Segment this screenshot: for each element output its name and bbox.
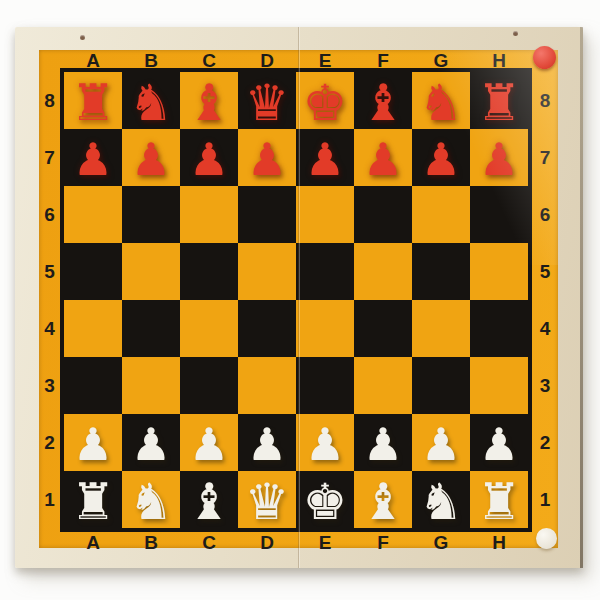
square-g1[interactable]: ♞ bbox=[412, 471, 470, 528]
red-queen-d8[interactable]: ♛ bbox=[245, 77, 290, 127]
file-label-bottom-f: F bbox=[354, 532, 412, 554]
rank-label-left-3: 3 bbox=[39, 357, 60, 414]
white-pawn-d2[interactable]: ♟ bbox=[247, 421, 287, 466]
white-pawn-f2[interactable]: ♟ bbox=[363, 421, 403, 466]
rank-label-left-4: 4 bbox=[39, 300, 60, 357]
red-king-e8[interactable]: ♚ bbox=[303, 77, 348, 127]
red-rook-a8[interactable]: ♜ bbox=[71, 77, 116, 127]
square-g5[interactable] bbox=[412, 243, 470, 300]
square-f1[interactable]: ♝ bbox=[354, 471, 412, 528]
square-g7[interactable]: ♟ bbox=[412, 129, 470, 186]
square-g4[interactable] bbox=[412, 300, 470, 357]
white-pawn-b2[interactable]: ♟ bbox=[131, 421, 171, 466]
square-f4[interactable] bbox=[354, 300, 412, 357]
square-b2[interactable]: ♟ bbox=[122, 414, 180, 471]
square-h2[interactable]: ♟ bbox=[470, 414, 528, 471]
ranks-right: 87654321 bbox=[532, 72, 558, 528]
files-top: ABCDEFGH bbox=[64, 50, 528, 68]
square-f6[interactable] bbox=[354, 186, 412, 243]
demonstration-chessboard-photo: ABCDEFGH ABCDEFGH 87654321 87654321 ♜♞♝♛… bbox=[0, 0, 600, 600]
red-rook-h8[interactable]: ♜ bbox=[477, 77, 522, 127]
white-bishop-c1[interactable]: ♝ bbox=[187, 476, 232, 526]
square-d3[interactable] bbox=[238, 357, 296, 414]
file-label-bottom-b: B bbox=[122, 532, 180, 554]
square-f7[interactable]: ♟ bbox=[354, 129, 412, 186]
rank-label-right-1: 1 bbox=[532, 471, 558, 528]
square-c3[interactable] bbox=[180, 357, 238, 414]
square-b8[interactable]: ♞ bbox=[122, 72, 180, 129]
square-b4[interactable] bbox=[122, 300, 180, 357]
square-c2[interactable]: ♟ bbox=[180, 414, 238, 471]
square-c6[interactable] bbox=[180, 186, 238, 243]
frame-screw-left bbox=[80, 35, 85, 40]
red-pawn-b7[interactable]: ♟ bbox=[131, 136, 171, 181]
square-a8[interactable]: ♜ bbox=[64, 72, 122, 129]
square-b1[interactable]: ♞ bbox=[122, 471, 180, 528]
square-c4[interactable] bbox=[180, 300, 238, 357]
square-b3[interactable] bbox=[122, 357, 180, 414]
file-label-bottom-d: D bbox=[238, 532, 296, 554]
red-pawn-c7[interactable]: ♟ bbox=[189, 136, 229, 181]
square-d1[interactable]: ♛ bbox=[238, 471, 296, 528]
red-pawn-e7[interactable]: ♟ bbox=[305, 136, 345, 181]
red-pawn-h7[interactable]: ♟ bbox=[479, 136, 519, 181]
square-h5[interactable] bbox=[470, 243, 528, 300]
frame-right-edge-shadow bbox=[580, 27, 583, 568]
rank-label-left-5: 5 bbox=[39, 243, 60, 300]
red-knight-b8[interactable]: ♞ bbox=[129, 77, 174, 127]
file-label-bottom-e: E bbox=[296, 532, 354, 554]
white-pawn-c2[interactable]: ♟ bbox=[189, 421, 229, 466]
square-g8[interactable]: ♞ bbox=[412, 72, 470, 129]
white-knight-g1[interactable]: ♞ bbox=[419, 476, 464, 526]
chess-board: ♜♞♝♛♚♝♞♜♟♟♟♟♟♟♟♟♟♟♟♟♟♟♟♟♜♞♝♛♚♝♞♜ bbox=[60, 68, 532, 532]
red-bishop-f8[interactable]: ♝ bbox=[361, 77, 406, 127]
square-d2[interactable]: ♟ bbox=[238, 414, 296, 471]
rank-label-left-6: 6 bbox=[39, 186, 60, 243]
square-d8[interactable]: ♛ bbox=[238, 72, 296, 129]
file-label-bottom-h: H bbox=[470, 532, 528, 554]
white-rook-h1[interactable]: ♜ bbox=[477, 476, 522, 526]
square-c7[interactable]: ♟ bbox=[180, 129, 238, 186]
square-d6[interactable] bbox=[238, 186, 296, 243]
square-d4[interactable] bbox=[238, 300, 296, 357]
square-c5[interactable] bbox=[180, 243, 238, 300]
square-h1[interactable]: ♜ bbox=[470, 471, 528, 528]
square-a2[interactable]: ♟ bbox=[64, 414, 122, 471]
square-d7[interactable]: ♟ bbox=[238, 129, 296, 186]
rank-label-left-7: 7 bbox=[39, 129, 60, 186]
square-e4[interactable] bbox=[296, 300, 354, 357]
square-g3[interactable] bbox=[412, 357, 470, 414]
red-knight-g8[interactable]: ♞ bbox=[419, 77, 464, 127]
frame-screw-right bbox=[513, 31, 518, 36]
rank-label-right-3: 3 bbox=[532, 357, 558, 414]
square-f5[interactable] bbox=[354, 243, 412, 300]
rank-label-left-2: 2 bbox=[39, 414, 60, 471]
ranks-left: 87654321 bbox=[39, 72, 60, 528]
square-b5[interactable] bbox=[122, 243, 180, 300]
rank-label-right-8: 8 bbox=[532, 72, 558, 129]
square-h3[interactable] bbox=[470, 357, 528, 414]
square-h8[interactable]: ♜ bbox=[470, 72, 528, 129]
square-e3[interactable] bbox=[296, 357, 354, 414]
rank-label-right-2: 2 bbox=[532, 414, 558, 471]
red-pawn-a7[interactable]: ♟ bbox=[73, 136, 113, 181]
square-a7[interactable]: ♟ bbox=[64, 129, 122, 186]
white-pawn-g2[interactable]: ♟ bbox=[421, 421, 461, 466]
square-e6[interactable] bbox=[296, 186, 354, 243]
white-pawn-a2[interactable]: ♟ bbox=[73, 421, 113, 466]
rank-label-right-5: 5 bbox=[532, 243, 558, 300]
square-d5[interactable] bbox=[238, 243, 296, 300]
square-f8[interactable]: ♝ bbox=[354, 72, 412, 129]
red-pawn-f7[interactable]: ♟ bbox=[363, 136, 403, 181]
square-a6[interactable] bbox=[64, 186, 122, 243]
chess-board-grid: ♜♞♝♛♚♝♞♜♟♟♟♟♟♟♟♟♟♟♟♟♟♟♟♟♜♞♝♛♚♝♞♜ bbox=[64, 72, 528, 528]
square-h7[interactable]: ♟ bbox=[470, 129, 528, 186]
red-pawn-g7[interactable]: ♟ bbox=[421, 136, 461, 181]
square-f2[interactable]: ♟ bbox=[354, 414, 412, 471]
rank-label-right-7: 7 bbox=[532, 129, 558, 186]
square-f3[interactable] bbox=[354, 357, 412, 414]
white-magnet-disc[interactable] bbox=[536, 528, 557, 549]
square-h4[interactable] bbox=[470, 300, 528, 357]
white-pawn-e2[interactable]: ♟ bbox=[305, 421, 345, 466]
square-b7[interactable]: ♟ bbox=[122, 129, 180, 186]
square-e8[interactable]: ♚ bbox=[296, 72, 354, 129]
white-rook-a1[interactable]: ♜ bbox=[71, 476, 116, 526]
files-bottom: ABCDEFGH bbox=[64, 532, 528, 548]
white-queen-d1[interactable]: ♛ bbox=[245, 476, 290, 526]
square-e2[interactable]: ♟ bbox=[296, 414, 354, 471]
square-b6[interactable] bbox=[122, 186, 180, 243]
rank-label-left-8: 8 bbox=[39, 72, 60, 129]
square-e5[interactable] bbox=[296, 243, 354, 300]
square-g2[interactable]: ♟ bbox=[412, 414, 470, 471]
square-a4[interactable] bbox=[64, 300, 122, 357]
red-bishop-c8[interactable]: ♝ bbox=[187, 77, 232, 127]
red-pawn-d7[interactable]: ♟ bbox=[247, 136, 287, 181]
square-a1[interactable]: ♜ bbox=[64, 471, 122, 528]
white-king-e1[interactable]: ♚ bbox=[303, 476, 348, 526]
rank-label-right-4: 4 bbox=[532, 300, 558, 357]
file-label-bottom-g: G bbox=[412, 532, 470, 554]
square-c1[interactable]: ♝ bbox=[180, 471, 238, 528]
white-bishop-f1[interactable]: ♝ bbox=[361, 476, 406, 526]
square-e7[interactable]: ♟ bbox=[296, 129, 354, 186]
square-a5[interactable] bbox=[64, 243, 122, 300]
white-knight-b1[interactable]: ♞ bbox=[129, 476, 174, 526]
square-h6[interactable] bbox=[470, 186, 528, 243]
square-g6[interactable] bbox=[412, 186, 470, 243]
square-c8[interactable]: ♝ bbox=[180, 72, 238, 129]
rank-label-left-1: 1 bbox=[39, 471, 60, 528]
file-label-bottom-c: C bbox=[180, 532, 238, 554]
white-pawn-h2[interactable]: ♟ bbox=[479, 421, 519, 466]
rank-label-right-6: 6 bbox=[532, 186, 558, 243]
square-a3[interactable] bbox=[64, 357, 122, 414]
red-magnet-disc[interactable] bbox=[533, 46, 556, 69]
file-label-bottom-a: A bbox=[64, 532, 122, 554]
square-e1[interactable]: ♚ bbox=[296, 471, 354, 528]
